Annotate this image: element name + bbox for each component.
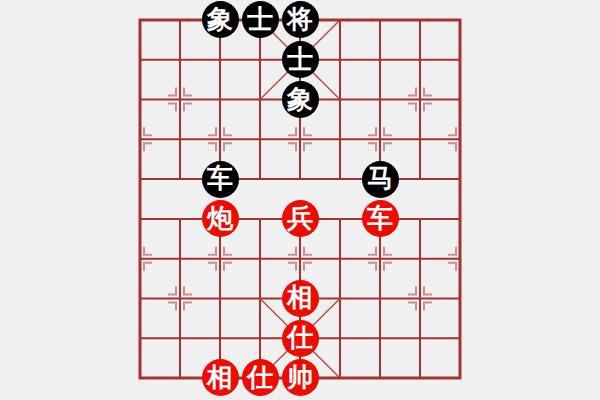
xiangqi-board: 象士将士象车马炮兵车相仕相仕帅 <box>0 0 600 400</box>
piece-red-chariot[interactable]: 车 <box>362 200 399 237</box>
piece-layer: 象士将士象车马炮兵车相仕相仕帅 <box>120 0 480 398</box>
piece-black-advisor[interactable]: 士 <box>282 41 319 78</box>
piece-black-elephant[interactable]: 象 <box>282 81 319 118</box>
piece-black-chariot[interactable]: 车 <box>202 161 239 198</box>
piece-red-advisor[interactable]: 仕 <box>242 359 279 396</box>
piece-black-elephant[interactable]: 象 <box>202 1 239 38</box>
piece-red-advisor[interactable]: 仕 <box>282 320 319 357</box>
piece-red-elephant[interactable]: 相 <box>202 359 239 396</box>
piece-black-general[interactable]: 将 <box>282 1 319 38</box>
piece-red-elephant[interactable]: 相 <box>282 280 319 317</box>
piece-black-advisor[interactable]: 士 <box>242 1 279 38</box>
piece-black-horse[interactable]: 马 <box>362 161 399 198</box>
piece-red-general[interactable]: 帅 <box>282 359 319 396</box>
piece-red-soldier[interactable]: 兵 <box>282 200 319 237</box>
piece-red-cannon[interactable]: 炮 <box>202 200 239 237</box>
